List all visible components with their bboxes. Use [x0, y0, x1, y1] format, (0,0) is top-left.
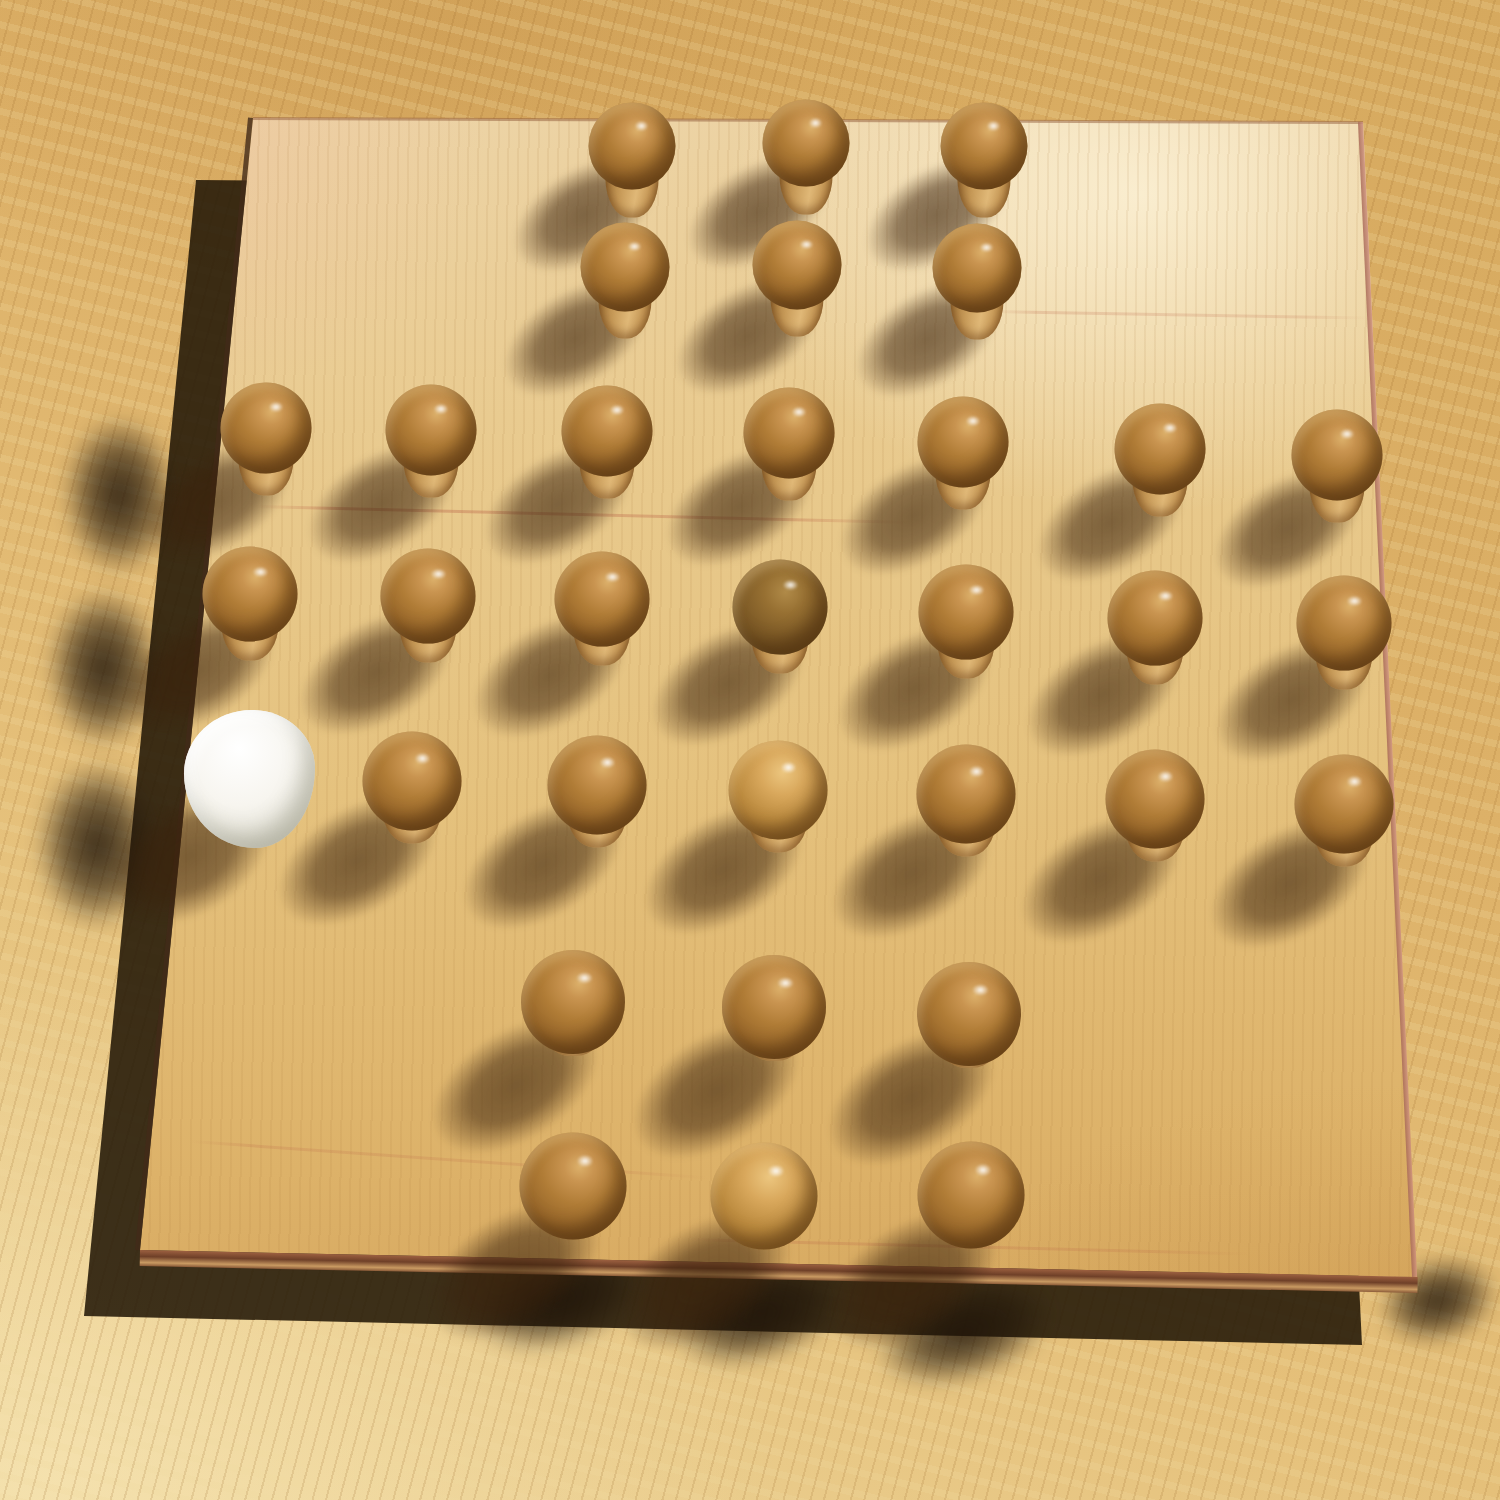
peg-ball	[918, 397, 1009, 488]
peg-ball	[520, 1133, 627, 1240]
specular-highlight	[576, 1155, 593, 1168]
specular-highlight	[777, 977, 794, 989]
peg-ball	[1297, 576, 1392, 671]
specular-highlight	[635, 121, 649, 131]
pieces-layer	[0, 0, 1500, 1500]
white-stone-a5[interactable]	[189, 719, 311, 841]
peg-ball	[562, 386, 653, 477]
peg-d5[interactable]	[729, 741, 828, 840]
peg-ball	[941, 103, 1028, 190]
specular-highlight	[431, 568, 446, 579]
specular-highlight	[253, 566, 268, 577]
specular-highlight	[809, 118, 823, 128]
specular-highlight	[1163, 423, 1178, 434]
peg-g4[interactable]	[1297, 576, 1392, 671]
peg-c7[interactable]	[520, 1133, 627, 1240]
peg-ball	[548, 736, 647, 835]
peg-a3[interactable]	[221, 383, 312, 474]
photo-scene	[0, 0, 1500, 1500]
peg-ball	[1292, 410, 1383, 501]
peg-e7[interactable]	[918, 1142, 1025, 1249]
specular-highlight	[610, 405, 625, 416]
peg-ball	[933, 224, 1022, 313]
peg-ball	[521, 950, 625, 1054]
peg-ball	[919, 565, 1014, 660]
peg-f3[interactable]	[1115, 404, 1206, 495]
peg-ball	[753, 221, 842, 310]
specular-highlight	[792, 407, 807, 418]
peg-ball	[1295, 755, 1394, 854]
peg-ball	[363, 732, 462, 831]
specular-highlight	[987, 121, 1001, 131]
peg-c1[interactable]	[589, 103, 676, 190]
peg-c6[interactable]	[521, 950, 625, 1054]
peg-ball	[1115, 404, 1206, 495]
peg-ball	[917, 745, 1016, 844]
peg-d6[interactable]	[722, 955, 826, 1059]
peg-c2[interactable]	[581, 223, 670, 312]
specular-highlight	[269, 402, 284, 413]
specular-highlight	[974, 1164, 991, 1177]
peg-d7[interactable]	[711, 1143, 818, 1250]
peg-ball	[581, 223, 670, 312]
peg-c5[interactable]	[548, 736, 647, 835]
specular-highlight	[969, 765, 985, 777]
peg-ball	[203, 547, 298, 642]
peg-ball	[917, 962, 1021, 1066]
peg-a4[interactable]	[203, 547, 298, 642]
peg-c3[interactable]	[562, 386, 653, 477]
peg-d1[interactable]	[763, 100, 850, 187]
specular-highlight	[767, 1165, 784, 1178]
peg-ball	[589, 103, 676, 190]
peg-e4[interactable]	[919, 565, 1014, 660]
peg-ball	[1108, 571, 1203, 666]
specular-highlight	[600, 756, 616, 768]
specular-highlight	[576, 972, 593, 984]
peg-ball	[918, 1142, 1025, 1249]
peg-d3[interactable]	[744, 388, 835, 479]
specular-highlight	[415, 752, 431, 764]
specular-highlight	[781, 761, 797, 773]
specular-highlight	[966, 416, 981, 427]
specular-highlight	[783, 579, 798, 590]
peg-b5[interactable]	[363, 732, 462, 831]
specular-highlight	[1347, 595, 1362, 606]
specular-highlight	[1347, 775, 1363, 787]
peg-c4[interactable]	[555, 552, 650, 647]
peg-e1[interactable]	[941, 103, 1028, 190]
peg-ball	[555, 552, 650, 647]
peg-d2[interactable]	[753, 221, 842, 310]
specular-highlight	[972, 984, 989, 996]
peg-ball	[733, 560, 828, 655]
peg-e5[interactable]	[917, 745, 1016, 844]
specular-highlight	[980, 242, 994, 253]
specular-highlight	[969, 584, 984, 595]
peg-g5[interactable]	[1295, 755, 1394, 854]
peg-ball	[386, 385, 477, 476]
peg-b3[interactable]	[386, 385, 477, 476]
peg-e2[interactable]	[933, 224, 1022, 313]
peg-ball	[221, 383, 312, 474]
peg-e6[interactable]	[917, 962, 1021, 1066]
peg-f4[interactable]	[1108, 571, 1203, 666]
specular-highlight	[1340, 429, 1355, 440]
peg-b4[interactable]	[381, 549, 476, 644]
peg-ball	[722, 955, 826, 1059]
peg-ball	[729, 741, 828, 840]
peg-ball	[381, 549, 476, 644]
peg-d4[interactable]	[733, 560, 828, 655]
peg-f5[interactable]	[1106, 750, 1205, 849]
specular-highlight	[628, 241, 642, 252]
specular-highlight	[434, 404, 449, 415]
peg-ball	[711, 1143, 818, 1250]
peg-g3[interactable]	[1292, 410, 1383, 501]
specular-highlight	[1158, 590, 1173, 601]
peg-ball	[744, 388, 835, 479]
peg-ball	[763, 100, 850, 187]
peg-ball	[1106, 750, 1205, 849]
specular-highlight	[605, 571, 620, 582]
peg-e3[interactable]	[918, 397, 1009, 488]
specular-highlight	[1158, 770, 1174, 782]
specular-highlight	[800, 239, 814, 250]
